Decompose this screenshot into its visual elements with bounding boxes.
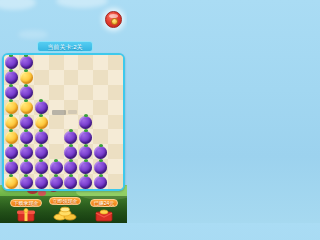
board-cell: [19, 159, 34, 174]
board-cell: [34, 115, 49, 130]
board-cell: [49, 55, 64, 70]
board-cell: [34, 174, 49, 189]
board-cell: [19, 100, 34, 115]
grape-piece[interactable]: [20, 116, 33, 129]
grape-piece[interactable]: [94, 146, 107, 159]
grape-piece[interactable]: [35, 101, 48, 114]
board-cell: [93, 144, 108, 159]
grape-piece[interactable]: [50, 176, 63, 189]
board-grid: [4, 55, 123, 189]
cloud: [56, 0, 108, 8]
board-cell: [108, 70, 123, 85]
board-cell: [4, 100, 19, 115]
grape-piece[interactable]: [20, 131, 33, 144]
earned-amount-label: 已赚24元: [94, 201, 115, 206]
grape-piece[interactable]: [79, 161, 92, 174]
grape-piece[interactable]: [35, 131, 48, 144]
grape-piece[interactable]: [64, 176, 77, 189]
board-cell: [49, 115, 64, 130]
grape-piece[interactable]: [5, 71, 18, 84]
board-cell: [64, 174, 79, 189]
board-cell: [4, 129, 19, 144]
board-cell: [4, 85, 19, 100]
board-cell: [78, 55, 93, 70]
grape-piece[interactable]: [5, 161, 18, 174]
board-cell: [34, 129, 49, 144]
board-cell: [4, 159, 19, 174]
grape-piece[interactable]: [20, 176, 33, 189]
claim-cash-label: 立即领现金: [53, 199, 78, 204]
board-cell: [49, 70, 64, 85]
lemon-piece[interactable]: [20, 71, 33, 84]
board-cell: [78, 85, 93, 100]
grape-piece[interactable]: [20, 56, 33, 69]
claim-cash-button[interactable]: 立即领现金: [49, 197, 81, 205]
board-cell: [78, 159, 93, 174]
board-cell: [78, 115, 93, 130]
board-cell: [93, 159, 108, 174]
lemon-piece[interactable]: [5, 116, 18, 129]
faint-watermark: [52, 110, 66, 115]
board-cell: [108, 100, 123, 115]
board-cell: [34, 85, 49, 100]
gift-box-icon[interactable]: [15, 208, 37, 223]
board-cell: [19, 129, 34, 144]
board-cell: [108, 85, 123, 100]
grape-piece[interactable]: [35, 176, 48, 189]
cloud: [18, 30, 48, 39]
gold-coins-icon[interactable]: [52, 206, 78, 223]
board-cell: [64, 129, 79, 144]
board-cell: [108, 144, 123, 159]
board-cell: [19, 55, 34, 70]
grape-piece[interactable]: [79, 146, 92, 159]
board-cell: [93, 55, 108, 70]
board-cell: [108, 115, 123, 130]
board-cell: [4, 70, 19, 85]
grape-piece[interactable]: [79, 131, 92, 144]
faint-watermark: [68, 110, 77, 114]
level-banner: 当前关卡:2关: [37, 41, 93, 52]
promo-item-earned: 已赚24元: [90, 199, 118, 207]
board-cell: [4, 115, 19, 130]
board-cell: [34, 100, 49, 115]
board-cell: [108, 129, 123, 144]
game-board: [2, 53, 125, 191]
board-cell: [4, 174, 19, 189]
grape-piece[interactable]: [64, 146, 77, 159]
grape-piece[interactable]: [64, 131, 77, 144]
promo-item-download: 下载拿现金: [10, 199, 42, 207]
grape-piece[interactable]: [79, 116, 92, 129]
board-cell: [78, 144, 93, 159]
board-cell: [19, 85, 34, 100]
lemon-piece[interactable]: [5, 101, 18, 114]
board-cell: [78, 174, 93, 189]
board-cell: [34, 55, 49, 70]
board-cell: [93, 100, 108, 115]
download-cash-label: 下载拿现金: [14, 201, 39, 206]
red-envelope-icon[interactable]: [94, 208, 114, 223]
lemon-piece[interactable]: [35, 116, 48, 129]
board-cell: [93, 174, 108, 189]
board-cell: [78, 129, 93, 144]
board-cell: [34, 70, 49, 85]
board-cell: [93, 70, 108, 85]
board-cell: [19, 70, 34, 85]
grape-piece[interactable]: [5, 86, 18, 99]
board-cell: [34, 159, 49, 174]
board-cell: [49, 174, 64, 189]
earned-amount-button[interactable]: 已赚24元: [90, 199, 118, 207]
board-cell: [19, 115, 34, 130]
red-packet-button[interactable]: [105, 11, 122, 28]
download-cash-button[interactable]: 下载拿现金: [10, 199, 42, 207]
grape-piece[interactable]: [94, 161, 107, 174]
promo-item-claim: 立即领现金: [49, 197, 81, 205]
game-screen: { "game": "fruit-elimination-puzzle", "b…: [0, 0, 127, 223]
grape-piece[interactable]: [5, 56, 18, 69]
grape-piece[interactable]: [94, 176, 107, 189]
board-cell: [64, 144, 79, 159]
board-cell: [34, 144, 49, 159]
grape-piece[interactable]: [50, 161, 63, 174]
grape-piece[interactable]: [35, 146, 48, 159]
board-cell: [49, 144, 64, 159]
cloud: [0, 0, 36, 10]
lemon-piece[interactable]: [20, 101, 33, 114]
board-cell: [64, 115, 79, 130]
grape-piece[interactable]: [64, 161, 77, 174]
board-cell: [93, 85, 108, 100]
board-cell: [78, 70, 93, 85]
grape-piece[interactable]: [79, 176, 92, 189]
board-cell: [19, 144, 34, 159]
board-cell: [4, 55, 19, 70]
grape-piece[interactable]: [20, 161, 33, 174]
board-cell: [108, 174, 123, 189]
board-cell: [49, 85, 64, 100]
level-banner-label: 当前关卡:2关: [47, 44, 82, 50]
board-cell: [93, 115, 108, 130]
board-cell: [108, 159, 123, 174]
board-cell: [4, 144, 19, 159]
lemon-piece[interactable]: [5, 176, 18, 189]
board-cell: [64, 85, 79, 100]
lemon-piece[interactable]: [5, 131, 18, 144]
board-cell: [78, 100, 93, 115]
grape-piece[interactable]: [5, 146, 18, 159]
board-cell: [64, 55, 79, 70]
grape-piece[interactable]: [35, 161, 48, 174]
grape-piece[interactable]: [20, 86, 33, 99]
board-cell: [64, 70, 79, 85]
board-cell: [49, 159, 64, 174]
board-cell: [93, 129, 108, 144]
board-cell: [19, 174, 34, 189]
grape-piece[interactable]: [20, 146, 33, 159]
board-cell: [49, 129, 64, 144]
board-cell: [108, 55, 123, 70]
red-packet-coin-icon: [111, 18, 118, 25]
board-cell: [64, 159, 79, 174]
